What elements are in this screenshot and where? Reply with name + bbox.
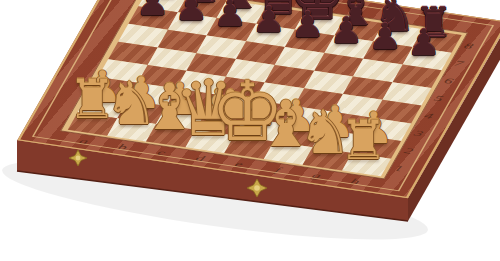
white-rook[interactable]: ♜ [339, 114, 388, 168]
black-pawn[interactable]: ♟ [252, 2, 284, 38]
black-pawn[interactable]: ♟ [407, 25, 439, 61]
black-pawn[interactable]: ♟ [175, 0, 207, 26]
black-pawn[interactable]: ♟ [330, 13, 362, 49]
black-pawn[interactable]: ♟ [214, 0, 246, 32]
black-pawn[interactable]: ♟ [291, 7, 323, 43]
black-pawn[interactable]: ♟ [136, 0, 168, 21]
black-pawn[interactable]: ♟ [369, 19, 401, 55]
pieces-layer: ♜♞♝♛♚♝♞♜♟♟♟♟♟♟♟♟♟♟♟♟♟♟♟♟♜♞♝♛♚♝♞♜ [0, 0, 500, 261]
scene: a1b2c3d4e5f6g7h8 ♜♞♝♛♚♝♞♜♟♟♟♟♟♟♟♟♟♟♟♟♟♟♟… [0, 0, 500, 261]
